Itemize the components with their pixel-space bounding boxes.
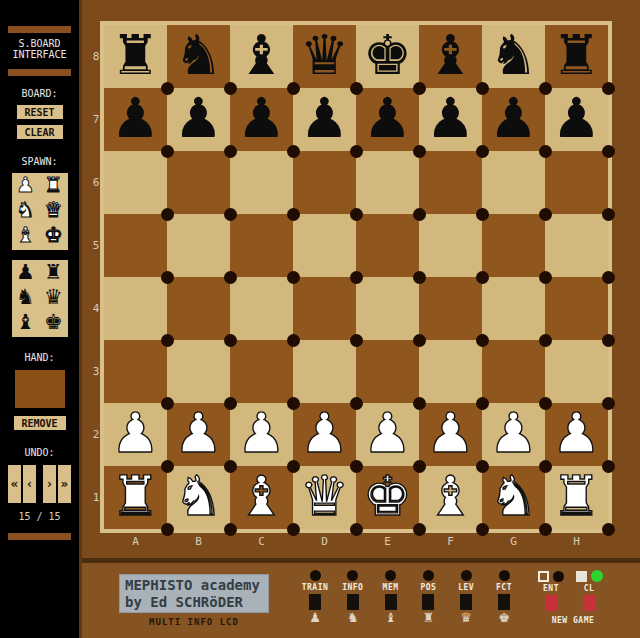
file-label-g: G <box>482 535 545 548</box>
sensor-dot <box>413 208 426 221</box>
sensor-dot <box>287 82 300 95</box>
square-b3[interactable] <box>167 340 230 403</box>
undo-section-label: UNDO: <box>24 447 54 458</box>
square-d8[interactable]: ♛ <box>293 25 356 88</box>
queen-icon: ♛ <box>460 611 472 625</box>
cl-button-group: CL <box>571 570 607 611</box>
mephisto-chess-emulator: S.BOARD INTERFACE BOARD: RESET CLEAR SPA… <box>0 0 640 638</box>
square-g3[interactable] <box>482 340 545 403</box>
clear-button[interactable]: CLEAR <box>17 125 63 139</box>
new-game-label: NEW GAME <box>530 616 616 625</box>
sensor-dot <box>539 523 552 536</box>
file-label-c: C <box>230 535 293 548</box>
spawn-piece-bk: ♚ <box>44 310 63 335</box>
square-d1[interactable]: ♛ <box>293 466 356 529</box>
sensor-dot <box>287 208 300 221</box>
spawn-wq[interactable]: ♛ <box>40 198 68 223</box>
square-b7[interactable]: ♟ <box>167 88 230 151</box>
sensor-dot <box>350 271 363 284</box>
spawn-wr[interactable]: ♜ <box>40 173 68 198</box>
sensor-dot <box>539 82 552 95</box>
piece-bn-g8[interactable]: ♞ <box>482 25 545 88</box>
piece-wp-a2[interactable]: ♟ <box>104 403 167 466</box>
square-f1[interactable]: ♝ <box>419 466 482 529</box>
ent-led <box>553 571 564 582</box>
piece-bn-b8[interactable]: ♞ <box>167 25 230 88</box>
sensor-dot <box>161 271 174 284</box>
square-d4[interactable] <box>293 277 356 340</box>
ent-button-group: ENT <box>533 570 569 611</box>
pos-button-group: POS♜ <box>410 570 446 625</box>
file-label-f: F <box>419 535 482 548</box>
sensor-dot <box>539 397 552 410</box>
lcd-line2: by Ed SCHRöDER <box>125 594 263 611</box>
hand-slot[interactable] <box>15 370 65 408</box>
knight-icon: ♞ <box>347 611 359 625</box>
piece-wp-c2[interactable]: ♟ <box>230 403 293 466</box>
undo-back-button[interactable]: ‹ <box>23 465 36 503</box>
sensor-dot <box>287 460 300 473</box>
file-label-b: B <box>167 535 230 548</box>
sidebar-title-line2: INTERFACE <box>12 49 66 60</box>
piece-wp-b2[interactable]: ♟ <box>167 403 230 466</box>
spawn-bn[interactable]: ♞ <box>12 285 40 310</box>
sidebar-title: S.BOARD INTERFACE <box>12 38 66 60</box>
sensor-dot <box>350 334 363 347</box>
piece-wn-b1[interactable]: ♞ <box>167 466 230 529</box>
square-a7[interactable]: ♟ <box>104 88 167 151</box>
square-e1[interactable]: ♚ <box>356 466 419 529</box>
board-section-label: BOARD: <box>21 88 57 99</box>
sensor-dot <box>476 397 489 410</box>
cl-led-green <box>591 570 603 582</box>
lcd-caption: MULTI INFO LCD <box>119 617 269 627</box>
square-g5[interactable] <box>482 214 545 277</box>
sensor-dot <box>350 397 363 410</box>
spawn-wp[interactable]: ♟ <box>12 173 40 198</box>
cl-button[interactable] <box>583 595 596 611</box>
sensor-dot <box>287 397 300 410</box>
spawn-wk[interactable]: ♚ <box>40 223 68 248</box>
fct-button-group: FCT♚ <box>486 570 522 625</box>
mem-button[interactable] <box>385 594 397 610</box>
square-c8[interactable]: ♝ <box>230 25 293 88</box>
info-led <box>347 570 358 581</box>
spawn-bk[interactable]: ♚ <box>40 310 68 335</box>
square-e8[interactable]: ♚ <box>356 25 419 88</box>
square-g2[interactable]: ♟ <box>482 403 545 466</box>
white-square-outline-icon <box>538 571 549 582</box>
piece-bb-c8[interactable]: ♝ <box>230 25 293 88</box>
square-h3[interactable] <box>545 340 608 403</box>
rook-icon: ♜ <box>423 611 435 625</box>
spawn-piece-bq: ♛ <box>44 285 63 310</box>
lev-label: LEV <box>458 583 474 592</box>
spawn-piece-wp: ♟ <box>16 173 35 198</box>
piece-wp-d2[interactable]: ♟ <box>293 403 356 466</box>
sensor-dot <box>350 523 363 536</box>
square-c7[interactable]: ♟ <box>230 88 293 151</box>
remove-button[interactable]: REMOVE <box>14 416 66 430</box>
sensor-dot <box>413 397 426 410</box>
square-g6[interactable] <box>482 151 545 214</box>
piece-wp-e2[interactable]: ♟ <box>356 403 419 466</box>
sidebar: S.BOARD INTERFACE BOARD: RESET CLEAR SPA… <box>0 0 79 638</box>
piece-bp-b7[interactable]: ♟ <box>167 88 230 151</box>
sensor-dot <box>224 334 237 347</box>
main-area: 87654321 ♜♞♝♛♚♝♞♜♟♟♟♟♟♟♟♟♟♟♟♟♟♟♟♟♜♞♝♛♚♝♞… <box>79 0 640 638</box>
sensor-dot <box>539 208 552 221</box>
piece-bp-g7[interactable]: ♟ <box>482 88 545 151</box>
piece-bq-d8[interactable]: ♛ <box>293 25 356 88</box>
sensor-dot <box>413 460 426 473</box>
cl-indicators <box>576 570 603 582</box>
square-h4[interactable] <box>545 277 608 340</box>
sensor-dot <box>161 334 174 347</box>
spawn-piece-wk: ♚ <box>44 223 63 248</box>
lev-button-group: LEV♛ <box>448 570 484 625</box>
piece-wq-d1[interactable]: ♛ <box>293 466 356 529</box>
sensor-dot <box>161 208 174 221</box>
square-a4[interactable] <box>104 277 167 340</box>
piece-bb-f8[interactable]: ♝ <box>419 25 482 88</box>
piece-br-a8[interactable]: ♜ <box>104 25 167 88</box>
info-button[interactable] <box>347 594 359 610</box>
square-a2[interactable]: ♟ <box>104 403 167 466</box>
undo-controls: «‹›» <box>8 465 71 503</box>
spawn-panel-black: ♟♜♞♛♝♚ <box>12 260 68 337</box>
piece-wr-a1[interactable]: ♜ <box>104 466 167 529</box>
piece-bp-c7[interactable]: ♟ <box>230 88 293 151</box>
sensor-dot <box>602 208 615 221</box>
sensor-dot <box>476 208 489 221</box>
spawn-wn[interactable]: ♞ <box>12 198 40 223</box>
piece-wr-h1[interactable]: ♜ <box>545 466 608 529</box>
square-c5[interactable] <box>230 214 293 277</box>
piece-bp-f7[interactable]: ♟ <box>419 88 482 151</box>
sensor-dot <box>476 334 489 347</box>
square-h7[interactable]: ♟ <box>545 88 608 151</box>
train-button-group: TRAIN♟ <box>297 570 333 625</box>
sensor-dot <box>413 82 426 95</box>
sensor-dot <box>602 271 615 284</box>
sidebar-title-line1: S.BOARD <box>12 38 66 49</box>
sensor-dot <box>539 334 552 347</box>
sensor-dot <box>602 145 615 158</box>
divider-bar <box>8 26 71 33</box>
square-c1[interactable]: ♝ <box>230 466 293 529</box>
cl-label: CL <box>584 584 595 593</box>
square-g7[interactable]: ♟ <box>482 88 545 151</box>
mem-button-group: MEM♝ <box>373 570 409 625</box>
sensor-dot <box>413 271 426 284</box>
square-h8[interactable]: ♜ <box>545 25 608 88</box>
redo-last-button[interactable]: » <box>58 465 71 503</box>
hand-section-label: HAND: <box>24 352 54 363</box>
square-b1[interactable]: ♞ <box>167 466 230 529</box>
sensor-dot <box>539 271 552 284</box>
undo-counter: 15 / 15 <box>18 511 60 522</box>
piece-bp-a7[interactable]: ♟ <box>104 88 167 151</box>
pos-led <box>423 570 434 581</box>
square-f8[interactable]: ♝ <box>419 25 482 88</box>
spawn-piece-wr: ♜ <box>44 173 63 198</box>
piece-br-h8[interactable]: ♜ <box>545 25 608 88</box>
square-c3[interactable] <box>230 340 293 403</box>
square-e3[interactable] <box>356 340 419 403</box>
spawn-section-label: SPAWN: <box>21 156 57 167</box>
square-f4[interactable] <box>419 277 482 340</box>
sensor-dot <box>350 460 363 473</box>
square-g1[interactable]: ♞ <box>482 466 545 529</box>
piece-wp-h2[interactable]: ♟ <box>545 403 608 466</box>
sensor-dot <box>602 82 615 95</box>
spawn-piece-wq: ♛ <box>44 198 63 223</box>
square-e2[interactable]: ♟ <box>356 403 419 466</box>
spawn-bb[interactable]: ♝ <box>12 310 40 335</box>
square-b2[interactable]: ♟ <box>167 403 230 466</box>
spawn-wb[interactable]: ♝ <box>12 223 40 248</box>
spawn-piece-wn: ♞ <box>16 198 35 223</box>
spawn-bq[interactable]: ♛ <box>40 285 68 310</box>
square-g4[interactable] <box>482 277 545 340</box>
sensor-dot <box>224 460 237 473</box>
piece-wb-c1[interactable]: ♝ <box>230 466 293 529</box>
fct-label: FCT <box>496 583 512 592</box>
square-e4[interactable] <box>356 277 419 340</box>
pawn-icon: ♟ <box>309 611 321 625</box>
square-h5[interactable] <box>545 214 608 277</box>
sensor-dot <box>476 82 489 95</box>
square-d2[interactable]: ♟ <box>293 403 356 466</box>
sensor-dot <box>476 145 489 158</box>
spawn-bp[interactable]: ♟ <box>12 260 40 285</box>
sensor-dot <box>539 460 552 473</box>
square-h2[interactable]: ♟ <box>545 403 608 466</box>
sensor-dot <box>602 460 615 473</box>
spawn-piece-bn: ♞ <box>16 285 35 310</box>
sensor-dot <box>161 460 174 473</box>
sensor-dot <box>224 397 237 410</box>
spawn-panel-white: ♟♜♞♛♝♚ <box>12 173 68 250</box>
sensor-dot <box>224 145 237 158</box>
spawn-piece-wb: ♝ <box>16 223 35 248</box>
white-square-icon <box>576 571 587 582</box>
redo-forward-button[interactable]: › <box>43 465 56 503</box>
mem-led <box>385 570 396 581</box>
control-panel: MEPHISTO academy by Ed SCHRöDER MULTI IN… <box>82 563 640 638</box>
fct-button[interactable] <box>498 594 510 610</box>
info-button-group: INFO♞ <box>335 570 371 625</box>
sensor-dot <box>224 523 237 536</box>
sensor-dot <box>161 82 174 95</box>
ent-indicators <box>538 570 564 582</box>
piece-wb-f1[interactable]: ♝ <box>419 466 482 529</box>
piece-wp-g2[interactable]: ♟ <box>482 403 545 466</box>
mem-label: MEM <box>383 583 399 592</box>
square-b4[interactable] <box>167 277 230 340</box>
pos-button[interactable] <box>422 594 434 610</box>
sensor-dot <box>350 82 363 95</box>
piece-bk-e8[interactable]: ♚ <box>356 25 419 88</box>
piece-bp-e7[interactable]: ♟ <box>356 88 419 151</box>
board: ♜♞♝♛♚♝♞♜♟♟♟♟♟♟♟♟♟♟♟♟♟♟♟♟♜♞♝♛♚♝♞♜ <box>100 21 612 533</box>
king-icon: ♚ <box>498 611 510 625</box>
sensor-dot <box>602 397 615 410</box>
file-label-e: E <box>356 535 419 548</box>
file-label-a: A <box>104 535 167 548</box>
square-e6[interactable] <box>356 151 419 214</box>
undo-first-button[interactable]: « <box>8 465 21 503</box>
sensor-dot <box>413 145 426 158</box>
sensor-dot <box>224 208 237 221</box>
train-led <box>310 570 321 581</box>
square-g8[interactable]: ♞ <box>482 25 545 88</box>
pos-label: POS <box>420 583 436 592</box>
square-a6[interactable] <box>104 151 167 214</box>
sensor-dot <box>161 397 174 410</box>
ent-label: ENT <box>543 584 559 593</box>
info-label: INFO <box>342 583 363 592</box>
square-h1[interactable]: ♜ <box>545 466 608 529</box>
file-label-h: H <box>545 535 608 548</box>
sensor-dot <box>539 145 552 158</box>
lev-led <box>461 570 472 581</box>
square-a1[interactable]: ♜ <box>104 466 167 529</box>
sensor-dot <box>350 145 363 158</box>
lev-button[interactable] <box>460 594 472 610</box>
square-a5[interactable] <box>104 214 167 277</box>
sensor-dot <box>350 208 363 221</box>
spawn-piece-br: ♜ <box>44 260 63 285</box>
lcd-display: MEPHISTO academy by Ed SCHRöDER <box>119 574 269 613</box>
sensor-dot <box>602 334 615 347</box>
piece-bp-h7[interactable]: ♟ <box>545 88 608 151</box>
spawn-piece-bp: ♟ <box>16 260 35 285</box>
file-labels: ABCDEFGH <box>104 535 608 548</box>
piece-bp-d7[interactable]: ♟ <box>293 88 356 151</box>
sensor-dot <box>476 460 489 473</box>
square-a8[interactable]: ♜ <box>104 25 167 88</box>
ent-button[interactable] <box>545 595 558 611</box>
piece-wp-f2[interactable]: ♟ <box>419 403 482 466</box>
spawn-br[interactable]: ♜ <box>40 260 68 285</box>
reset-button[interactable]: RESET <box>17 105 63 119</box>
sensor-dot <box>287 334 300 347</box>
square-c4[interactable] <box>230 277 293 340</box>
square-d7[interactable]: ♟ <box>293 88 356 151</box>
sensor-dot <box>602 523 615 536</box>
square-f7[interactable]: ♟ <box>419 88 482 151</box>
square-c2[interactable]: ♟ <box>230 403 293 466</box>
sensor-dot <box>413 334 426 347</box>
square-b5[interactable] <box>167 214 230 277</box>
square-d3[interactable] <box>293 340 356 403</box>
sensor-dot <box>287 523 300 536</box>
square-f2[interactable]: ♟ <box>419 403 482 466</box>
fct-led <box>499 570 510 581</box>
square-h6[interactable] <box>545 151 608 214</box>
sensor-dot <box>224 82 237 95</box>
piece-wn-g1[interactable]: ♞ <box>482 466 545 529</box>
square-d5[interactable] <box>293 214 356 277</box>
piece-wk-e1[interactable]: ♚ <box>356 466 419 529</box>
sensor-dot <box>476 271 489 284</box>
square-f5[interactable] <box>419 214 482 277</box>
sensor-dot <box>476 523 489 536</box>
sensor-dot <box>224 271 237 284</box>
bishop-icon: ♝ <box>385 611 397 625</box>
square-b8[interactable]: ♞ <box>167 25 230 88</box>
divider-bar <box>8 69 71 76</box>
square-d6[interactable] <box>293 151 356 214</box>
square-c6[interactable] <box>230 151 293 214</box>
square-e7[interactable]: ♟ <box>356 88 419 151</box>
sensor-dot <box>413 523 426 536</box>
square-b6[interactable] <box>167 151 230 214</box>
sensor-dot <box>287 271 300 284</box>
file-label-d: D <box>293 535 356 548</box>
lcd-line1: MEPHISTO academy <box>125 577 263 594</box>
train-button[interactable] <box>309 594 321 610</box>
sensor-dot <box>161 523 174 536</box>
spawn-piece-bb: ♝ <box>16 310 35 335</box>
sensor-dot <box>287 145 300 158</box>
sensor-dot <box>161 145 174 158</box>
train-label: TRAIN <box>302 583 329 592</box>
square-e5[interactable] <box>356 214 419 277</box>
square-f3[interactable] <box>419 340 482 403</box>
square-f6[interactable] <box>419 151 482 214</box>
square-a3[interactable] <box>104 340 167 403</box>
divider-bar <box>8 533 71 540</box>
